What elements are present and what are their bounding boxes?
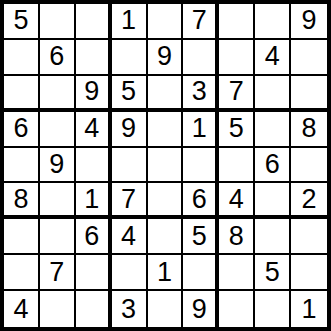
- cell-r7c6[interactable]: 5: [183, 219, 219, 255]
- cell-r3c8[interactable]: [255, 76, 291, 112]
- cell-r5c8[interactable]: 6: [255, 148, 291, 184]
- cell-r2c8[interactable]: 4: [255, 40, 291, 76]
- cell-r5c3[interactable]: [76, 148, 112, 184]
- cell-r1c5[interactable]: [148, 4, 184, 40]
- cell-r5c5[interactable]: [148, 148, 184, 184]
- cell-r8c2[interactable]: 7: [40, 255, 76, 291]
- cell-r6c6[interactable]: 6: [183, 183, 219, 219]
- cell-r6c9[interactable]: 2: [291, 183, 327, 219]
- cell-r1c2[interactable]: [40, 4, 76, 40]
- cell-r3c4[interactable]: 5: [112, 76, 148, 112]
- cell-r9c2[interactable]: [40, 291, 76, 327]
- cell-r9c6[interactable]: 9: [183, 291, 219, 327]
- cell-r9c3[interactable]: [76, 291, 112, 327]
- cell-r3c3[interactable]: 9: [76, 76, 112, 112]
- cell-r3c5[interactable]: [148, 76, 184, 112]
- cell-r3c1[interactable]: [4, 76, 40, 112]
- cell-r2c4[interactable]: [112, 40, 148, 76]
- cell-r8c3[interactable]: [76, 255, 112, 291]
- cell-r5c1[interactable]: [4, 148, 40, 184]
- cell-r3c9[interactable]: [291, 76, 327, 112]
- cell-r6c2[interactable]: [40, 183, 76, 219]
- cell-r6c4[interactable]: 7: [112, 183, 148, 219]
- cell-r8c4[interactable]: [112, 255, 148, 291]
- cell-r7c7[interactable]: 8: [219, 219, 255, 255]
- cell-r4c8[interactable]: [255, 112, 291, 148]
- cell-r7c1[interactable]: [4, 219, 40, 255]
- cell-r9c8[interactable]: [255, 291, 291, 327]
- cell-r3c6[interactable]: 3: [183, 76, 219, 112]
- cell-r7c3[interactable]: 6: [76, 219, 112, 255]
- cell-r6c7[interactable]: 4: [219, 183, 255, 219]
- sudoku-board: 517969495376491589681764264587154391: [0, 0, 331, 331]
- cell-r2c3[interactable]: [76, 40, 112, 76]
- cell-r1c7[interactable]: [219, 4, 255, 40]
- cell-r7c8[interactable]: [255, 219, 291, 255]
- cell-r4c2[interactable]: [40, 112, 76, 148]
- cell-r6c3[interactable]: 1: [76, 183, 112, 219]
- cell-r3c7[interactable]: 7: [219, 76, 255, 112]
- cell-r6c8[interactable]: [255, 183, 291, 219]
- cell-r8c8[interactable]: 5: [255, 255, 291, 291]
- cell-r2c9[interactable]: [291, 40, 327, 76]
- cell-r4c1[interactable]: 6: [4, 112, 40, 148]
- cell-r1c6[interactable]: 7: [183, 4, 219, 40]
- cell-r2c2[interactable]: 6: [40, 40, 76, 76]
- cell-r2c6[interactable]: [183, 40, 219, 76]
- cell-r7c5[interactable]: [148, 219, 184, 255]
- cell-r8c1[interactable]: [4, 255, 40, 291]
- cell-r8c5[interactable]: 1: [148, 255, 184, 291]
- cell-r2c7[interactable]: [219, 40, 255, 76]
- cell-r4c7[interactable]: 5: [219, 112, 255, 148]
- cell-r9c7[interactable]: [219, 291, 255, 327]
- cell-r9c4[interactable]: 3: [112, 291, 148, 327]
- cell-r4c6[interactable]: 1: [183, 112, 219, 148]
- cell-r3c2[interactable]: [40, 76, 76, 112]
- cell-r1c8[interactable]: [255, 4, 291, 40]
- cell-r9c1[interactable]: 4: [4, 291, 40, 327]
- cell-r2c1[interactable]: [4, 40, 40, 76]
- cell-r8c9[interactable]: [291, 255, 327, 291]
- cell-r9c9[interactable]: 1: [291, 291, 327, 327]
- cell-r5c2[interactable]: 9: [40, 148, 76, 184]
- cell-r4c9[interactable]: 8: [291, 112, 327, 148]
- cell-r1c9[interactable]: 9: [291, 4, 327, 40]
- cell-r8c6[interactable]: [183, 255, 219, 291]
- cell-r5c7[interactable]: [219, 148, 255, 184]
- cell-r4c5[interactable]: [148, 112, 184, 148]
- cell-r5c6[interactable]: [183, 148, 219, 184]
- cell-r7c9[interactable]: [291, 219, 327, 255]
- cell-r4c4[interactable]: 9: [112, 112, 148, 148]
- cell-r1c1[interactable]: 5: [4, 4, 40, 40]
- cell-r7c4[interactable]: 4: [112, 219, 148, 255]
- cell-r2c5[interactable]: 9: [148, 40, 184, 76]
- cell-r7c2[interactable]: [40, 219, 76, 255]
- cell-r1c3[interactable]: [76, 4, 112, 40]
- cell-r1c4[interactable]: 1: [112, 4, 148, 40]
- cell-r5c4[interactable]: [112, 148, 148, 184]
- cell-r6c5[interactable]: [148, 183, 184, 219]
- cell-r6c1[interactable]: 8: [4, 183, 40, 219]
- cell-r5c9[interactable]: [291, 148, 327, 184]
- cell-r4c3[interactable]: 4: [76, 112, 112, 148]
- cell-r8c7[interactable]: [219, 255, 255, 291]
- cell-r9c5[interactable]: [148, 291, 184, 327]
